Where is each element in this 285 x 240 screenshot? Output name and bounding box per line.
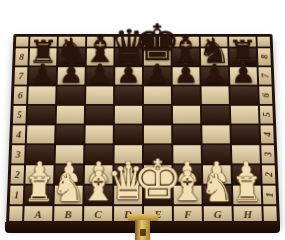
rank-label-text: 2 — [263, 172, 274, 177]
square-a8: ♜ — [29, 48, 56, 65]
square-e3 — [143, 145, 171, 163]
square-f4 — [173, 125, 201, 143]
rank-label-text: 6 — [260, 93, 271, 98]
square-e2: ♟ — [143, 165, 171, 183]
square-d6 — [115, 86, 142, 104]
file-label-b: B — [54, 206, 82, 221]
top-border-tile-e — [143, 37, 170, 47]
square-c5 — [85, 106, 112, 124]
square-a3 — [26, 145, 54, 163]
square-f6 — [172, 86, 199, 104]
rank-label-left-1: 1 — [9, 186, 23, 205]
square-d3 — [114, 145, 142, 163]
rank-label-text: 4 — [261, 132, 272, 137]
square-h7: ♟ — [229, 67, 256, 84]
square-c3 — [85, 145, 113, 163]
square-e1: ♚ — [143, 186, 171, 205]
square-e8: ♚ — [143, 48, 170, 65]
square-g6 — [201, 86, 228, 104]
rank-label-left-4: 4 — [12, 125, 25, 143]
rank-label-right-8: 8 — [257, 48, 270, 65]
rank-label-text: 7 — [259, 74, 270, 79]
rank-label-left-5: 5 — [12, 106, 25, 124]
clasp-hole — [140, 229, 146, 236]
square-a1: ♜ — [24, 186, 52, 205]
square-g5 — [201, 106, 228, 124]
rank-label-right-5: 5 — [259, 106, 272, 124]
file-label-h: H — [233, 206, 261, 221]
rank-label-left-6: 6 — [13, 86, 26, 104]
rank-label-text: 1 — [13, 190, 18, 201]
square-a2: ♟ — [25, 165, 53, 183]
clasp-tongue — [135, 220, 150, 240]
square-b8: ♞ — [58, 48, 85, 65]
rank-label-text: 6 — [17, 90, 22, 100]
top-border-tile-g — [200, 37, 227, 47]
square-d2: ♟ — [114, 165, 142, 183]
square-a6 — [28, 86, 55, 104]
top-border-tile-d — [115, 37, 142, 47]
top-border-tile-a — [30, 37, 57, 47]
board-scene: 8♜♞♝♛♚♝♞♜87♟♟♟♟♟♟♟♟7665544332♟♟♟♟♟♟♟♟21♜… — [6, 22, 280, 224]
square-d5 — [114, 106, 141, 124]
square-g4 — [202, 125, 230, 143]
square-d8: ♛ — [115, 48, 142, 65]
rank-label-right-1: 1 — [262, 186, 276, 205]
square-e4 — [143, 125, 170, 143]
bottom-left-corner-tile — [9, 206, 23, 221]
square-g8: ♞ — [200, 48, 227, 65]
square-a4 — [26, 125, 54, 143]
rank-label-left-7: 7 — [14, 67, 27, 84]
square-g7: ♟ — [201, 67, 228, 84]
file-label-f: F — [173, 206, 201, 221]
file-label-a: A — [24, 206, 52, 221]
square-g1: ♞ — [203, 186, 231, 205]
rank-label-left-2: 2 — [10, 165, 23, 183]
square-g2: ♟ — [202, 165, 230, 183]
square-h8: ♜ — [229, 48, 256, 65]
square-f5 — [172, 106, 199, 124]
file-label-g: G — [203, 206, 231, 221]
top-border-tile-h — [229, 37, 256, 47]
rank-label-text: 4 — [16, 129, 21, 139]
square-b7: ♟ — [57, 67, 84, 84]
rank-label-text: 8 — [259, 55, 270, 60]
square-b6 — [57, 86, 84, 104]
rank-label-right-3: 3 — [261, 145, 274, 163]
square-h6 — [230, 86, 257, 104]
rank-label-right-6: 6 — [259, 86, 272, 104]
rank-label-left-8: 8 — [15, 48, 28, 65]
square-f2: ♟ — [173, 165, 201, 183]
square-a7: ♟ — [28, 67, 55, 84]
top-left-corner-tile — [15, 37, 28, 47]
square-c4 — [85, 125, 113, 143]
top-border-tile-f — [172, 37, 199, 47]
square-e7: ♟ — [143, 67, 170, 84]
square-c8: ♝ — [86, 48, 113, 65]
chess-set-photo: 8♜♞♝♛♚♝♞♜87♟♟♟♟♟♟♟♟7665544332♟♟♟♟♟♟♟♟21♜… — [0, 0, 285, 240]
rank-label-text: 2 — [14, 169, 19, 180]
square-f1: ♝ — [173, 186, 201, 205]
rank-label-text: 5 — [261, 112, 272, 117]
square-f3 — [173, 145, 201, 163]
square-c6 — [86, 86, 113, 104]
rank-label-right-4: 4 — [260, 125, 273, 143]
square-b5 — [56, 106, 83, 124]
square-g3 — [202, 145, 230, 163]
square-h2: ♟ — [232, 165, 260, 183]
rank-label-text: 1 — [263, 192, 274, 197]
top-border-tile-c — [87, 37, 114, 47]
square-f8: ♝ — [172, 48, 199, 65]
square-a5 — [27, 106, 55, 124]
top-right-corner-tile — [257, 37, 270, 47]
square-b2: ♟ — [55, 165, 83, 183]
square-b1: ♞ — [54, 186, 82, 205]
square-e5 — [143, 106, 170, 124]
brass-clasp — [126, 214, 160, 240]
square-h5 — [230, 106, 258, 124]
rank-label-left-3: 3 — [11, 145, 24, 163]
square-c2: ♟ — [84, 165, 112, 183]
rank-label-right-2: 2 — [261, 165, 274, 183]
square-d4 — [114, 125, 141, 143]
bottom-right-corner-tile — [263, 206, 277, 221]
rank-label-text: 5 — [16, 110, 21, 120]
rank-label-right-7: 7 — [258, 67, 271, 84]
rank-label-text: 3 — [15, 149, 20, 160]
square-f7: ♟ — [172, 67, 199, 84]
square-e6 — [143, 86, 170, 104]
rank-label-text: 3 — [262, 152, 273, 157]
file-label-c: C — [84, 206, 112, 221]
square-d1: ♛ — [114, 186, 142, 205]
square-h1: ♜ — [232, 186, 260, 205]
square-h4 — [231, 125, 259, 143]
square-h3 — [231, 145, 259, 163]
square-c7: ♟ — [86, 67, 113, 84]
rank-label-text: 8 — [19, 52, 24, 62]
square-d7: ♟ — [115, 67, 142, 84]
square-b4 — [56, 125, 84, 143]
square-c1: ♝ — [84, 186, 112, 205]
square-b3 — [55, 145, 83, 163]
chess-board: 8♜♞♝♛♚♝♞♜87♟♟♟♟♟♟♟♟7665544332♟♟♟♟♟♟♟♟21♜… — [6, 34, 280, 224]
rank-label-text: 7 — [18, 71, 23, 81]
top-border-tile-b — [58, 37, 85, 47]
